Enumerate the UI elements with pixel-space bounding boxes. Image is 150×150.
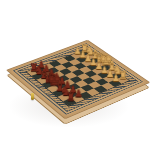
product-photo: ♜♟♟♜♞♟♟♞♝♟♟♝♛♟♟♛♚♟♟♚♝♟♟♝♞♟♟♞♜♟♟♜: [0, 0, 150, 150]
chess-case: ♜♟♟♜♞♟♟♞♝♟♟♝♛♟♟♛♚♟♟♚♝♟♟♝♞♟♟♞♜♟♟♜: [6, 40, 150, 119]
scene-3d: ♜♟♟♜♞♟♟♞♝♟♟♝♛♟♟♛♚♟♟♚♝♟♟♝♞♟♟♞♜♟♟♜: [0, 0, 150, 150]
brass-clasp-icon: [31, 93, 34, 100]
